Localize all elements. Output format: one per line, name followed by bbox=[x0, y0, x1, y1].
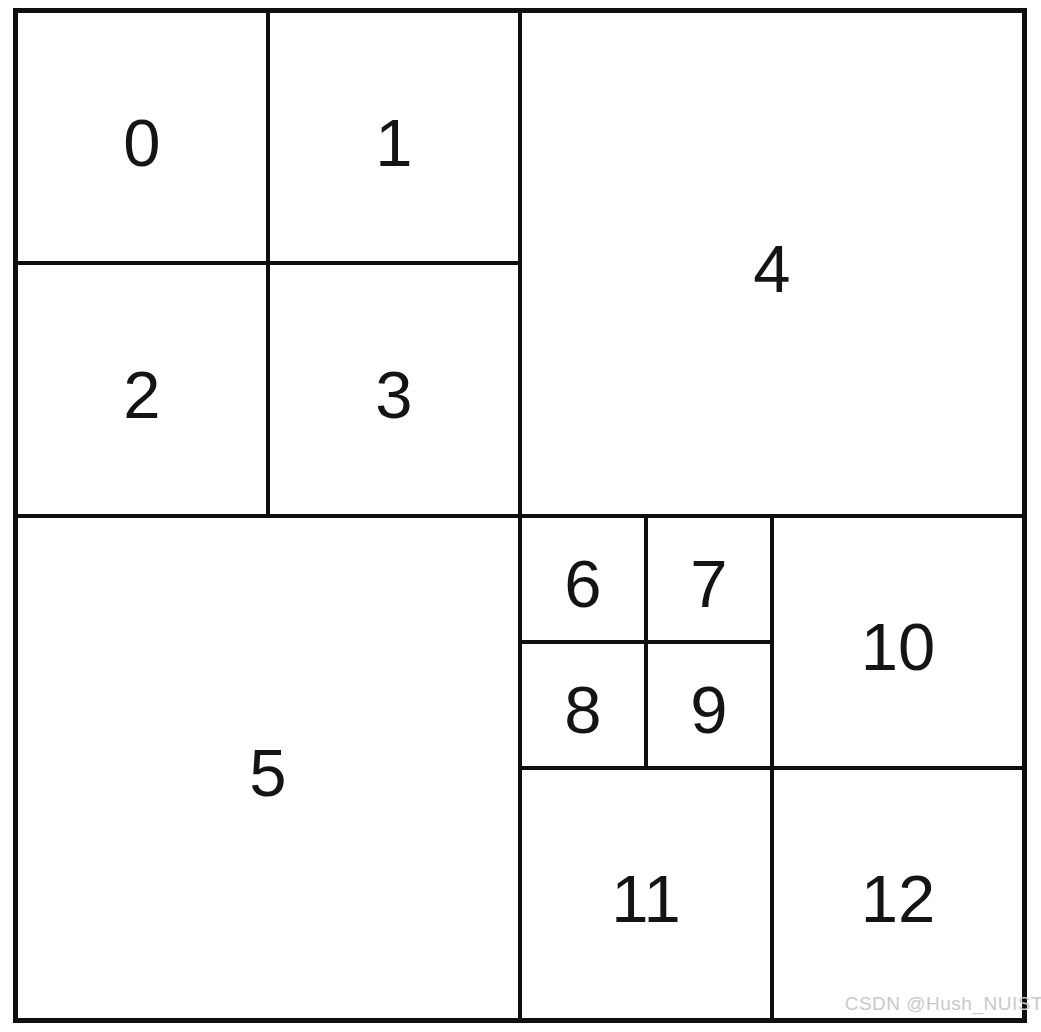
quadtree-cell-7: 7 bbox=[646, 516, 772, 642]
quadtree-cell-3: 3 bbox=[268, 263, 520, 515]
quadtree-cell-10: 10 bbox=[772, 516, 1024, 768]
quadtree-cell-9: 9 bbox=[646, 642, 772, 768]
watermark: CSDN @Hush_NUIST bbox=[845, 993, 1041, 1015]
quadtree-cell-6: 6 bbox=[520, 516, 646, 642]
quadtree-cell-5: 5 bbox=[16, 516, 520, 1021]
quadtree-cell-8: 8 bbox=[520, 642, 646, 768]
quadtree-cell-12: 12 bbox=[772, 768, 1024, 1020]
quadtree-cell-1: 1 bbox=[268, 11, 520, 263]
quadtree-board: 0 1 2 3 4 5 6 7 8 9 10 11 12 bbox=[13, 8, 1027, 1023]
quadtree-cell-2: 2 bbox=[16, 263, 268, 515]
quadtree-cell-4: 4 bbox=[520, 11, 1024, 516]
quadtree-cell-0: 0 bbox=[16, 11, 268, 263]
quadtree-cell-11: 11 bbox=[520, 768, 772, 1020]
